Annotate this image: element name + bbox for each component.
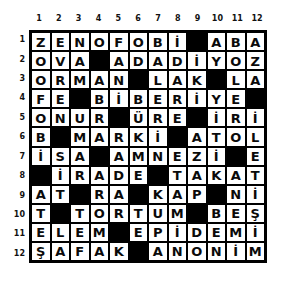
cell-r9c1[interactable]: A	[31, 185, 51, 204]
cell-r10c4[interactable]: O	[90, 204, 110, 223]
row-label-4: 4	[12, 88, 27, 107]
row-label-10: 10	[12, 205, 27, 224]
cell-r9c7[interactable]: K	[148, 185, 168, 204]
cell-r4c11[interactable]: E	[226, 89, 246, 108]
col-label-11: 11	[227, 13, 247, 25]
cell-r3c8[interactable]: A	[168, 70, 188, 89]
col-label-8: 8	[168, 13, 188, 25]
cell-r10c5[interactable]: R	[109, 204, 129, 223]
cell-r11c9[interactable]: D	[187, 223, 207, 242]
cell-r12c12[interactable]: M	[246, 242, 266, 261]
cell-r5c8[interactable]: E	[168, 108, 188, 127]
row-label-6: 6	[12, 127, 27, 146]
cell-r11c10[interactable]: E	[207, 223, 227, 242]
cell-r2c5[interactable]: A	[109, 51, 129, 70]
cell-r7c8[interactable]: E	[168, 147, 188, 166]
cell-r9c11[interactable]: N	[226, 185, 246, 204]
row-label-9: 9	[12, 185, 27, 204]
cell-r9c4[interactable]: R	[90, 185, 110, 204]
cell-r5c3[interactable]: U	[70, 108, 90, 127]
cell-r3c12[interactable]: A	[246, 70, 266, 89]
cell-r4c6[interactable]: B	[129, 89, 149, 108]
cell-r10c9	[187, 204, 207, 223]
cell-r7c11	[226, 147, 246, 166]
cell-r6c3[interactable]: M	[70, 127, 90, 146]
cell-r11c8[interactable]: İ	[168, 223, 188, 242]
cell-r8c6[interactable]: E	[129, 166, 149, 185]
row-label-2: 2	[12, 49, 27, 68]
cell-r11c11[interactable]: M	[226, 223, 246, 242]
cell-r12c5[interactable]: K	[109, 242, 129, 261]
cell-r9c12[interactable]: İ	[246, 185, 266, 204]
cell-r10c12[interactable]: Ş	[246, 204, 266, 223]
cell-r2c9[interactable]: İ	[187, 51, 207, 70]
cell-r11c7[interactable]: P	[148, 223, 168, 242]
cell-r4c10[interactable]: Y	[207, 89, 227, 108]
col-label-2: 2	[49, 13, 69, 25]
cell-r9c3	[70, 185, 90, 204]
cell-r7c3[interactable]: A	[70, 147, 90, 166]
cell-r2c2[interactable]: V	[51, 51, 71, 70]
cell-r3c11[interactable]: L	[226, 70, 246, 89]
cell-r9c6	[129, 185, 149, 204]
cell-r1c8[interactable]: İ	[168, 32, 188, 51]
cell-r8c4[interactable]: A	[90, 166, 110, 185]
cell-r7c6[interactable]: M	[129, 147, 149, 166]
cell-r4c4[interactable]: B	[90, 89, 110, 108]
cell-r10c6[interactable]: T	[129, 204, 149, 223]
cell-r6c12[interactable]: L	[246, 127, 266, 146]
cell-r3c7[interactable]: L	[148, 70, 168, 89]
cell-r10c1[interactable]: T	[31, 204, 51, 223]
cell-r6c2	[51, 127, 71, 146]
cell-r5c11[interactable]: R	[226, 108, 246, 127]
cell-r3c3[interactable]: M	[70, 70, 90, 89]
col-label-9: 9	[188, 13, 208, 25]
cell-r6c1[interactable]: B	[31, 127, 51, 146]
col-label-7: 7	[148, 13, 168, 25]
cell-r12c8[interactable]: N	[168, 242, 188, 261]
cell-r2c11[interactable]: O	[226, 51, 246, 70]
cell-r3c5[interactable]: N	[109, 70, 129, 89]
cell-r1c4[interactable]: O	[90, 32, 110, 51]
cell-r12c4[interactable]: A	[90, 242, 110, 261]
cell-r2c10[interactable]: Y	[207, 51, 227, 70]
cell-r9c9[interactable]: P	[187, 185, 207, 204]
cell-r5c6[interactable]: Ü	[129, 108, 149, 127]
row-label-1: 1	[12, 30, 27, 49]
cell-r12c1[interactable]: Ş	[31, 242, 51, 261]
row-label-12: 12	[12, 244, 27, 263]
cell-r1c9	[187, 32, 207, 51]
cell-r7c2[interactable]: S	[51, 147, 71, 166]
cell-r2c8[interactable]: D	[168, 51, 188, 70]
cell-r6c5[interactable]: R	[109, 127, 129, 146]
cell-r8c11[interactable]: A	[226, 166, 246, 185]
cell-r10c2	[51, 204, 71, 223]
cell-r10c7[interactable]: U	[148, 204, 168, 223]
cell-r8c9[interactable]: A	[187, 166, 207, 185]
row-label-3: 3	[12, 69, 27, 88]
cell-r1c1[interactable]: Z	[31, 32, 51, 51]
row-label-8: 8	[12, 166, 27, 185]
cell-r11c1[interactable]: E	[31, 223, 51, 242]
cell-r7c5[interactable]: A	[109, 147, 129, 166]
cell-r4c8[interactable]: R	[168, 89, 188, 108]
cell-r12c3[interactable]: F	[70, 242, 90, 261]
row-label-11: 11	[12, 224, 27, 243]
cell-r8c1	[31, 166, 51, 185]
col-label-12: 12	[247, 13, 267, 25]
cell-r11c12[interactable]: İ	[246, 223, 266, 242]
cell-r1c11[interactable]: B	[226, 32, 246, 51]
cell-r11c5	[109, 223, 129, 242]
cell-r10c10[interactable]: B	[207, 204, 227, 223]
cell-r12c11[interactable]: İ	[226, 242, 246, 261]
cell-r1c12[interactable]: A	[246, 32, 266, 51]
cell-r9c10	[207, 185, 227, 204]
cell-r7c9[interactable]: Z	[187, 147, 207, 166]
cell-r11c2[interactable]: L	[51, 223, 71, 242]
cell-r2c3[interactable]: A	[70, 51, 90, 70]
cell-r2c6[interactable]: D	[129, 51, 149, 70]
cell-r10c11[interactable]: E	[226, 204, 246, 223]
cell-r1c2[interactable]: E	[51, 32, 71, 51]
cell-r6c7[interactable]: İ	[148, 127, 168, 146]
cell-r11c4[interactable]: M	[90, 223, 110, 242]
cell-r2c4	[90, 51, 110, 70]
col-label-6: 6	[128, 13, 148, 25]
col-label-1: 1	[29, 13, 49, 25]
cell-r2c12[interactable]: Z	[246, 51, 266, 70]
cell-r1c3[interactable]: N	[70, 32, 90, 51]
cell-r1c5[interactable]: F	[109, 32, 129, 51]
cell-r7c7[interactable]: N	[148, 147, 168, 166]
cell-r8c3[interactable]: R	[70, 166, 90, 185]
col-label-5: 5	[108, 13, 128, 25]
cell-r4c7[interactable]: E	[148, 89, 168, 108]
column-labels: 123456789101112	[29, 13, 267, 25]
cell-r3c2[interactable]: R	[51, 70, 71, 89]
cell-r4c9[interactable]: İ	[187, 89, 207, 108]
cell-r3c4[interactable]: A	[90, 70, 110, 89]
cell-r8c7	[148, 166, 168, 185]
cell-r5c7[interactable]: R	[148, 108, 168, 127]
cell-r7c1[interactable]: İ	[31, 147, 51, 166]
cell-r12c6	[129, 242, 149, 261]
cell-r6c6[interactable]: K	[129, 127, 149, 146]
cell-r9c2[interactable]: T	[51, 185, 71, 204]
cell-r9c8[interactable]: A	[168, 185, 188, 204]
cell-r6c9[interactable]: A	[187, 127, 207, 146]
cell-r8c2[interactable]: İ	[51, 166, 71, 185]
cell-r10c3[interactable]: T	[70, 204, 90, 223]
cell-r3c9[interactable]: K	[187, 70, 207, 89]
row-labels: 123456789101112	[12, 30, 27, 263]
cell-r6c10[interactable]: T	[207, 127, 227, 146]
cell-r8c12[interactable]: T	[246, 166, 266, 185]
cell-r3c1[interactable]: O	[31, 70, 51, 89]
cell-r12c9[interactable]: O	[187, 242, 207, 261]
cell-r12c2[interactable]: A	[51, 242, 71, 261]
cell-r2c1[interactable]: O	[31, 51, 51, 70]
cell-r5c9	[187, 108, 207, 127]
cell-r4c3	[70, 89, 90, 108]
cell-r8c5[interactable]: D	[109, 166, 129, 185]
crossword-grid: ZENOFOBİABAOVAADADİYOZORMANLAKLAFEBİBERİ…	[29, 30, 267, 263]
cell-r5c5	[109, 108, 129, 127]
cell-r5c4[interactable]: R	[90, 108, 110, 127]
cell-r8c8[interactable]: T	[168, 166, 188, 185]
cell-r9c5[interactable]: A	[109, 185, 129, 204]
cell-r2c7[interactable]: A	[148, 51, 168, 70]
cell-r5c12[interactable]: İ	[246, 108, 266, 127]
cell-r4c12	[246, 89, 266, 108]
cell-r7c4	[90, 147, 110, 166]
cell-r7c10[interactable]: İ	[207, 147, 227, 166]
cell-r5c10[interactable]: İ	[207, 108, 227, 127]
cell-r4c2[interactable]: E	[51, 89, 71, 108]
cell-r8c10[interactable]: K	[207, 166, 227, 185]
cell-r4c5[interactable]: İ	[109, 89, 129, 108]
cell-r7c12[interactable]: E	[246, 147, 266, 166]
cell-r1c10[interactable]: A	[207, 32, 227, 51]
col-label-10: 10	[208, 13, 228, 25]
cell-r5c2[interactable]: N	[51, 108, 71, 127]
col-label-3: 3	[69, 13, 89, 25]
cell-r3c10	[207, 70, 227, 89]
row-label-7: 7	[12, 146, 27, 165]
cell-r3c6	[129, 70, 149, 89]
cell-r6c8	[168, 127, 188, 146]
cell-r12c10[interactable]: N	[207, 242, 227, 261]
cell-r6c11[interactable]: O	[226, 127, 246, 146]
cell-r5c1[interactable]: O	[31, 108, 51, 127]
cell-r11c6[interactable]: E	[129, 223, 149, 242]
cell-r11c3[interactable]: E	[70, 223, 90, 242]
cell-r6c4[interactable]: A	[90, 127, 110, 146]
cell-r10c8[interactable]: M	[168, 204, 188, 223]
cell-r1c6[interactable]: O	[129, 32, 149, 51]
cell-r4c1[interactable]: F	[31, 89, 51, 108]
crossword-board: 123456789101112 123456789101112 ZENOFOBİ…	[0, 0, 284, 283]
row-label-5: 5	[12, 108, 27, 127]
cell-r1c7[interactable]: B	[148, 32, 168, 51]
col-label-4: 4	[89, 13, 109, 25]
cell-r12c7[interactable]: A	[148, 242, 168, 261]
